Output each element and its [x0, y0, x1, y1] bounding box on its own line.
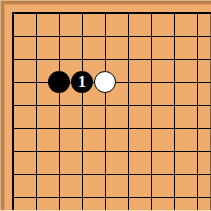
- go-board-diagram: 1: [0, 0, 211, 211]
- board-frame-left-inner: [4, 4, 5, 211]
- cropped-bottom-edge: [0, 210, 211, 211]
- board-frame-top-inner: [4, 4, 211, 5]
- go-board-intersection-grid: 1: [2, 2, 209, 209]
- white-stone: [94, 71, 116, 93]
- black-stone: [48, 71, 70, 93]
- cropped-right-edge: [210, 13, 211, 211]
- move-1-stone: 1: [71, 71, 93, 93]
- move-number-label: 1: [78, 74, 86, 91]
